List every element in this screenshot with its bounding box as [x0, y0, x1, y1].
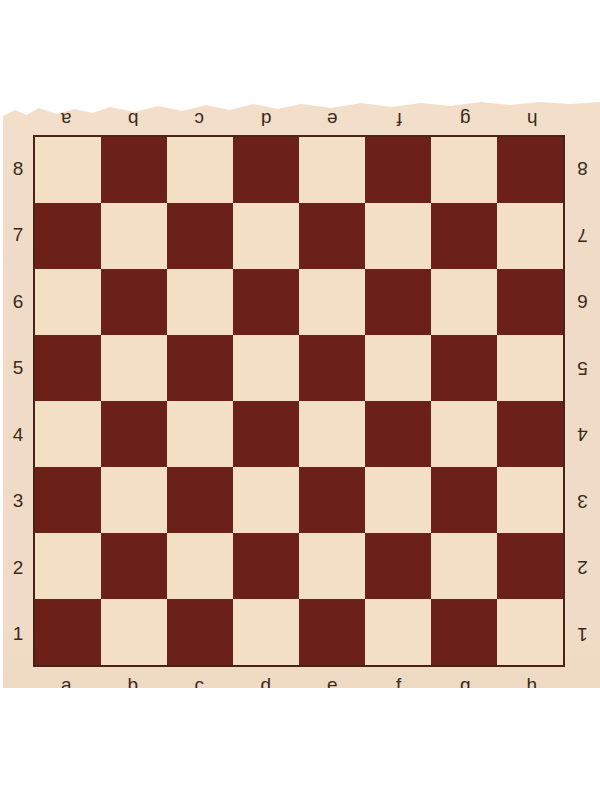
file-label-top-d: d: [233, 107, 300, 133]
square-g3: [431, 467, 497, 533]
square-b1: [101, 599, 167, 665]
square-b2: [101, 533, 167, 599]
square-d4: [233, 401, 299, 467]
square-e1: [299, 599, 365, 665]
square-d1: [233, 599, 299, 665]
square-e6: [299, 269, 365, 335]
square-d5: [233, 335, 299, 401]
square-a5: [35, 335, 101, 401]
file-label-top-g: g: [432, 107, 499, 133]
square-c3: [167, 467, 233, 533]
rank-label-right-4: 4: [565, 401, 600, 468]
rank-label-left-8: 8: [3, 135, 33, 202]
rank-label-left-6: 6: [3, 268, 33, 335]
rank-label-right-8: 8: [565, 135, 600, 202]
square-c4: [167, 401, 233, 467]
file-label-bottom-g: g: [432, 671, 499, 697]
file-label-bottom-b: b: [100, 671, 167, 697]
square-e3: [299, 467, 365, 533]
square-f5: [365, 335, 431, 401]
square-d7: [233, 203, 299, 269]
rank-label-right-6: 6: [565, 268, 600, 335]
square-d2: [233, 533, 299, 599]
square-g4: [431, 401, 497, 467]
board-grid: [33, 135, 565, 667]
square-b5: [101, 335, 167, 401]
square-a2: [35, 533, 101, 599]
square-a3: [35, 467, 101, 533]
square-c8: [167, 137, 233, 203]
square-h4: [497, 401, 563, 467]
file-label-bottom-f: f: [366, 671, 433, 697]
file-label-top-h: h: [499, 107, 566, 133]
square-a8: [35, 137, 101, 203]
square-c6: [167, 269, 233, 335]
file-labels-top: abcdefgh: [33, 107, 565, 133]
rank-label-left-4: 4: [3, 401, 33, 468]
file-label-bottom-a: a: [33, 671, 100, 697]
rank-label-left-2: 2: [3, 534, 33, 601]
rank-labels-right: 87654321: [565, 135, 600, 667]
square-g5: [431, 335, 497, 401]
file-label-bottom-c: c: [166, 671, 233, 697]
square-b6: [101, 269, 167, 335]
square-c2: [167, 533, 233, 599]
rank-label-left-5: 5: [3, 335, 33, 402]
square-e5: [299, 335, 365, 401]
square-b7: [101, 203, 167, 269]
rank-labels-left: 87654321: [3, 135, 33, 667]
square-g1: [431, 599, 497, 665]
file-label-top-e: e: [299, 107, 366, 133]
square-f8: [365, 137, 431, 203]
rank-label-right-2: 2: [565, 534, 600, 601]
square-b3: [101, 467, 167, 533]
square-f1: [365, 599, 431, 665]
square-g8: [431, 137, 497, 203]
rank-label-left-3: 3: [3, 468, 33, 535]
rank-label-right-3: 3: [565, 468, 600, 535]
square-d3: [233, 467, 299, 533]
square-a7: [35, 203, 101, 269]
file-label-bottom-e: e: [299, 671, 366, 697]
square-b4: [101, 401, 167, 467]
chessboard-photo: abcdefgh 87654321 87654321 abcdefgh: [0, 0, 600, 800]
square-f2: [365, 533, 431, 599]
square-g2: [431, 533, 497, 599]
file-label-top-a: a: [33, 107, 100, 133]
square-h8: [497, 137, 563, 203]
square-b8: [101, 137, 167, 203]
square-a6: [35, 269, 101, 335]
square-g6: [431, 269, 497, 335]
square-c1: [167, 599, 233, 665]
rank-label-right-7: 7: [565, 202, 600, 269]
square-h3: [497, 467, 563, 533]
square-h7: [497, 203, 563, 269]
square-d6: [233, 269, 299, 335]
square-c7: [167, 203, 233, 269]
square-e8: [299, 137, 365, 203]
square-h5: [497, 335, 563, 401]
square-c5: [167, 335, 233, 401]
rank-label-right-5: 5: [565, 335, 600, 402]
square-h2: [497, 533, 563, 599]
file-labels-bottom: abcdefgh: [33, 671, 565, 697]
square-e2: [299, 533, 365, 599]
square-f4: [365, 401, 431, 467]
file-label-top-c: c: [166, 107, 233, 133]
square-a1: [35, 599, 101, 665]
rank-label-left-7: 7: [3, 202, 33, 269]
file-label-bottom-d: d: [233, 671, 300, 697]
square-f3: [365, 467, 431, 533]
file-label-top-f: f: [366, 107, 433, 133]
square-g7: [431, 203, 497, 269]
square-f7: [365, 203, 431, 269]
square-e4: [299, 401, 365, 467]
board-mat: abcdefgh 87654321 87654321 abcdefgh: [3, 100, 600, 688]
square-h1: [497, 599, 563, 665]
rank-label-right-1: 1: [565, 601, 600, 668]
square-e7: [299, 203, 365, 269]
square-f6: [365, 269, 431, 335]
square-a4: [35, 401, 101, 467]
square-d8: [233, 137, 299, 203]
rank-label-left-1: 1: [3, 601, 33, 668]
file-label-bottom-h: h: [499, 671, 566, 697]
square-h6: [497, 269, 563, 335]
file-label-top-b: b: [100, 107, 167, 133]
